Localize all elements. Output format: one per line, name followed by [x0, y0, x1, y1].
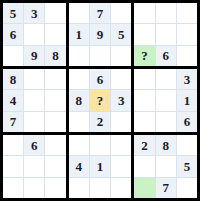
cell-r7c5[interactable]	[90, 135, 110, 155]
cell-r7c6[interactable]	[111, 135, 131, 155]
cell-r5c8[interactable]	[156, 90, 176, 110]
cell-r2c5[interactable]: 9	[90, 24, 110, 44]
cell-r2c8[interactable]	[156, 24, 176, 44]
cell-r7c2[interactable]: 6	[24, 135, 44, 155]
cell-r7c7[interactable]: 2	[134, 135, 154, 155]
cell-r6c4[interactable]	[69, 112, 89, 132]
box-2-3: 316	[134, 69, 197, 132]
cell-r1c8[interactable]	[156, 3, 176, 23]
cell-r1c3[interactable]	[45, 3, 65, 23]
cell-r7c8[interactable]: 8	[156, 135, 176, 155]
cell-r8c1[interactable]	[3, 156, 23, 176]
cell-r1c1[interactable]: 5	[3, 3, 23, 23]
cell-r8c2[interactable]	[24, 156, 44, 176]
cell-r4c2[interactable]	[24, 69, 44, 89]
cell-r9c4[interactable]	[69, 178, 89, 198]
cell-r8c6[interactable]	[111, 156, 131, 176]
cell-r9c6[interactable]	[111, 178, 131, 198]
cell-r2c7[interactable]	[134, 24, 154, 44]
cell-r3c4[interactable]	[69, 46, 89, 66]
cell-r5c5[interactable]: ?	[90, 90, 110, 110]
cell-r2c4[interactable]: 1	[69, 24, 89, 44]
cell-r6c7[interactable]	[134, 112, 154, 132]
cell-r8c4[interactable]: 4	[69, 156, 89, 176]
cell-r3c2[interactable]: 9	[24, 46, 44, 66]
box-3-2: 41	[69, 135, 132, 198]
cell-r5c9[interactable]: 1	[177, 90, 197, 110]
cell-r6c2[interactable]	[24, 112, 44, 132]
box-3-3: 2857	[134, 135, 197, 198]
cell-r9c7[interactable]	[134, 178, 154, 198]
cell-r7c1[interactable]	[3, 135, 23, 155]
cell-r5c7[interactable]	[134, 90, 154, 110]
sudoku-board: 536987195?684768?323166412857	[0, 0, 200, 201]
cell-r4c9[interactable]: 3	[177, 69, 197, 89]
cell-r2c3[interactable]	[45, 24, 65, 44]
cell-r9c3[interactable]	[45, 178, 65, 198]
cell-r4c5[interactable]: 6	[90, 69, 110, 89]
cell-r7c4[interactable]	[69, 135, 89, 155]
cell-r1c9[interactable]	[177, 3, 197, 23]
cell-r6c5[interactable]: 2	[90, 112, 110, 132]
cell-r6c6[interactable]	[111, 112, 131, 132]
cell-r9c8[interactable]: 7	[156, 178, 176, 198]
cell-r9c1[interactable]	[3, 178, 23, 198]
cell-r5c1[interactable]: 4	[3, 90, 23, 110]
cell-r6c9[interactable]: 6	[177, 112, 197, 132]
cell-r1c2[interactable]: 3	[24, 3, 44, 23]
cell-r8c3[interactable]	[45, 156, 65, 176]
cell-r2c9[interactable]	[177, 24, 197, 44]
cell-r2c6[interactable]: 5	[111, 24, 131, 44]
cell-r6c1[interactable]: 7	[3, 112, 23, 132]
cell-r4c8[interactable]	[156, 69, 176, 89]
cell-r3c6[interactable]	[111, 46, 131, 66]
cell-r6c8[interactable]	[156, 112, 176, 132]
cell-r4c3[interactable]	[45, 69, 65, 89]
box-1-2: 7195	[69, 3, 132, 66]
cell-r8c5[interactable]: 1	[90, 156, 110, 176]
cell-r6c3[interactable]	[45, 112, 65, 132]
box-3-1: 6	[3, 135, 66, 198]
cell-r3c9[interactable]	[177, 46, 197, 66]
cell-r3c7[interactable]: ?	[134, 46, 154, 66]
cell-r4c7[interactable]	[134, 69, 154, 89]
cell-r2c1[interactable]: 6	[3, 24, 23, 44]
cell-r3c5[interactable]	[90, 46, 110, 66]
cell-r5c3[interactable]	[45, 90, 65, 110]
cell-r7c9[interactable]	[177, 135, 197, 155]
cell-r1c4[interactable]	[69, 3, 89, 23]
cell-r5c4[interactable]: 8	[69, 90, 89, 110]
cell-r1c7[interactable]	[134, 3, 154, 23]
box-1-1: 53698	[3, 3, 66, 66]
box-1-3: ?6	[134, 3, 197, 66]
box-2-1: 847	[3, 69, 66, 132]
cell-r5c6[interactable]: 3	[111, 90, 131, 110]
cell-r8c8[interactable]	[156, 156, 176, 176]
cell-r1c5[interactable]: 7	[90, 3, 110, 23]
cell-r9c5[interactable]	[90, 178, 110, 198]
cell-r2c2[interactable]	[24, 24, 44, 44]
cell-r5c2[interactable]	[24, 90, 44, 110]
cell-r1c6[interactable]	[111, 3, 131, 23]
cell-r4c6[interactable]	[111, 69, 131, 89]
cell-r9c2[interactable]	[24, 178, 44, 198]
cell-r4c1[interactable]: 8	[3, 69, 23, 89]
cell-r8c9[interactable]: 5	[177, 156, 197, 176]
cell-r8c7[interactable]	[134, 156, 154, 176]
cell-r3c1[interactable]	[3, 46, 23, 66]
cell-r3c3[interactable]: 8	[45, 46, 65, 66]
cell-r3c8[interactable]: 6	[156, 46, 176, 66]
box-2-2: 68?32	[69, 69, 132, 132]
cell-r4c4[interactable]	[69, 69, 89, 89]
cell-r7c3[interactable]	[45, 135, 65, 155]
cell-r9c9[interactable]	[177, 178, 197, 198]
